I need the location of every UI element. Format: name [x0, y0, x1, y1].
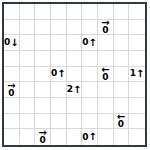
cell-r1c8[interactable] [129, 20, 145, 36]
cell-r1c1[interactable] [20, 20, 36, 36]
cell-r8c8[interactable] [129, 129, 145, 145]
cell-r7c6[interactable] [98, 114, 114, 130]
cell-r1c5[interactable] [82, 20, 98, 36]
cell-r2c3[interactable] [51, 35, 67, 51]
puzzle-page: →00↓0↑0↑←01↑→02↑←0→00↑ [0, 0, 150, 150]
clue-number: 0 [102, 26, 108, 34]
cell-r6c0[interactable] [4, 98, 20, 114]
cell-r0c1[interactable] [20, 4, 36, 20]
clue-cell-r5c4: 2↑ [67, 82, 83, 98]
cell-r6c6[interactable] [98, 98, 114, 114]
clue-cell-r4c3: 0↑ [51, 67, 67, 83]
cell-r8c1[interactable] [20, 129, 36, 145]
cell-r4c2[interactable] [35, 67, 51, 83]
cell-r6c2[interactable] [35, 98, 51, 114]
cell-r5c5[interactable] [82, 82, 98, 98]
cell-r6c3[interactable] [51, 98, 67, 114]
cell-r1c2[interactable] [35, 20, 51, 36]
cell-r8c7[interactable] [114, 129, 130, 145]
cell-r6c1[interactable] [20, 98, 36, 114]
cell-r0c2[interactable] [35, 4, 51, 20]
cell-r5c7[interactable] [114, 82, 130, 98]
cell-r8c6[interactable] [98, 129, 114, 145]
cell-r2c1[interactable] [20, 35, 36, 51]
cell-r4c5[interactable] [82, 67, 98, 83]
clue-cell-r5c0: →0 [4, 82, 20, 98]
cell-r8c3[interactable] [51, 129, 67, 145]
cell-r5c2[interactable] [35, 82, 51, 98]
clue-cell-r2c0: 0↓ [4, 35, 20, 51]
clue-cell-r4c8: 1↑ [129, 67, 145, 83]
arrow-up-icon: ↑ [136, 69, 144, 79]
cell-r3c4[interactable] [67, 51, 83, 67]
yajilin-board: →00↓0↑0↑←01↑→02↑←0→00↑ [2, 2, 147, 147]
cell-r4c7[interactable] [114, 67, 130, 83]
cell-r3c5[interactable] [82, 51, 98, 67]
arrow-down-icon: ↓ [10, 38, 18, 48]
cell-r4c1[interactable] [20, 67, 36, 83]
cell-r2c4[interactable] [67, 35, 83, 51]
clue-cell-r8c2: →0 [35, 129, 51, 145]
arrow-up-icon: ↑ [73, 85, 81, 95]
cell-r0c7[interactable] [114, 4, 130, 20]
arrow-up-icon: ↑ [57, 69, 65, 79]
cell-r1c0[interactable] [4, 20, 20, 36]
cell-r7c3[interactable] [51, 114, 67, 130]
cell-r2c7[interactable] [114, 35, 130, 51]
clue-cell-r1c6: →0 [98, 20, 114, 36]
cell-r3c0[interactable] [4, 51, 20, 67]
cell-r7c1[interactable] [20, 114, 36, 130]
cell-r7c8[interactable] [129, 114, 145, 130]
cell-r7c4[interactable] [67, 114, 83, 130]
clue-cell-r2c5: 0↑ [82, 35, 98, 51]
cell-r5c6[interactable] [98, 82, 114, 98]
cell-r3c7[interactable] [114, 51, 130, 67]
cell-r7c0[interactable] [4, 114, 20, 130]
cell-r7c5[interactable] [82, 114, 98, 130]
cell-r0c3[interactable] [51, 4, 67, 20]
cell-r1c4[interactable] [67, 20, 83, 36]
cell-r8c4[interactable] [67, 129, 83, 145]
arrow-up-icon: ↑ [89, 38, 97, 48]
cell-r3c3[interactable] [51, 51, 67, 67]
arrow-up-icon: ↑ [89, 132, 97, 142]
cell-r6c5[interactable] [82, 98, 98, 114]
cell-r2c8[interactable] [129, 35, 145, 51]
cell-r1c3[interactable] [51, 20, 67, 36]
clue-number: 0 [118, 120, 124, 128]
cell-r0c8[interactable] [129, 4, 145, 20]
cell-r4c4[interactable] [67, 67, 83, 83]
cell-r6c8[interactable] [129, 98, 145, 114]
clue-cell-r8c5: 0↑ [82, 129, 98, 145]
cell-r2c2[interactable] [35, 35, 51, 51]
cell-r3c2[interactable] [35, 51, 51, 67]
cell-r3c8[interactable] [129, 51, 145, 67]
cell-r1c7[interactable] [114, 20, 130, 36]
cell-r5c3[interactable] [51, 82, 67, 98]
cell-r3c1[interactable] [20, 51, 36, 67]
clue-cell-r7c7: ←0 [114, 114, 130, 130]
cell-r2c6[interactable] [98, 35, 114, 51]
cell-r5c8[interactable] [129, 82, 145, 98]
cell-r0c0[interactable] [4, 4, 20, 20]
cell-r6c4[interactable] [67, 98, 83, 114]
clue-number: 0 [8, 89, 14, 97]
clue-number: 0 [40, 136, 46, 144]
cell-r0c5[interactable] [82, 4, 98, 20]
cell-r8c0[interactable] [4, 129, 20, 145]
clue-number: 0 [102, 73, 108, 81]
cell-r5c1[interactable] [20, 82, 36, 98]
cell-r0c4[interactable] [67, 4, 83, 20]
clue-cell-r4c6: ←0 [98, 67, 114, 83]
